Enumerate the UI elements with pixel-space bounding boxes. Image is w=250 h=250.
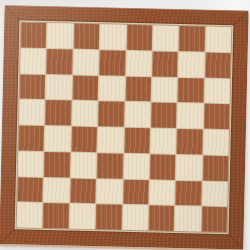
board-square-r6c8[interactable] [202, 155, 228, 180]
board-square-r6c5[interactable] [123, 154, 149, 179]
board-square-r3c7[interactable] [178, 77, 204, 102]
board-square-r5c2[interactable] [45, 126, 71, 151]
board-square-r3c6[interactable] [151, 77, 177, 102]
board-square-r1c7[interactable] [179, 26, 205, 51]
board-square-r1c1[interactable] [21, 22, 47, 47]
board-square-r7c8[interactable] [202, 181, 228, 206]
chess-board [0, 5, 249, 249]
board-square-r6c6[interactable] [150, 154, 176, 179]
board-square-r4c3[interactable] [72, 101, 98, 126]
maple-inlay-line [15, 20, 234, 234]
board-square-r2c1[interactable] [20, 48, 46, 73]
board-square-r4c6[interactable] [151, 103, 177, 128]
board-square-r6c4[interactable] [97, 153, 123, 178]
board-square-r7c7[interactable] [175, 180, 201, 205]
board-square-r7c5[interactable] [123, 179, 149, 204]
board-square-r6c2[interactable] [44, 152, 70, 177]
board-square-r5c1[interactable] [18, 125, 44, 150]
board-square-r8c6[interactable] [149, 206, 175, 231]
board-square-r3c1[interactable] [20, 74, 46, 99]
board-square-r7c1[interactable] [17, 177, 43, 202]
board-square-r2c5[interactable] [126, 51, 152, 76]
board-square-r6c7[interactable] [176, 155, 202, 180]
photo-background [0, 0, 250, 250]
board-square-r8c8[interactable] [201, 207, 227, 232]
board-square-r1c4[interactable] [100, 24, 126, 49]
board-square-r2c3[interactable] [73, 49, 99, 74]
board-square-r4c7[interactable] [177, 103, 203, 128]
board-square-r2c6[interactable] [152, 51, 178, 76]
board-square-r3c2[interactable] [46, 74, 72, 99]
board-square-r3c8[interactable] [204, 78, 230, 103]
board-square-r7c2[interactable] [44, 177, 70, 202]
board-square-r5c5[interactable] [124, 128, 150, 153]
board-grid [17, 22, 232, 232]
board-square-r4c4[interactable] [98, 101, 124, 126]
board-square-r4c2[interactable] [45, 100, 71, 125]
board-square-r8c4[interactable] [96, 204, 122, 229]
board-square-r1c8[interactable] [205, 27, 231, 52]
board-square-r1c6[interactable] [153, 25, 179, 50]
board-square-r5c4[interactable] [98, 127, 124, 152]
board-square-r5c7[interactable] [177, 129, 203, 154]
board-square-r1c3[interactable] [73, 24, 99, 49]
board-square-r8c2[interactable] [43, 203, 69, 228]
board-square-r5c6[interactable] [150, 128, 176, 153]
board-square-r4c8[interactable] [204, 104, 230, 129]
board-square-r3c3[interactable] [72, 75, 98, 100]
board-square-r2c7[interactable] [178, 52, 204, 77]
board-square-r8c3[interactable] [69, 204, 95, 229]
board-square-r4c1[interactable] [19, 100, 45, 125]
board-square-r4c5[interactable] [124, 102, 150, 127]
board-square-r5c3[interactable] [71, 127, 97, 152]
board-square-r3c4[interactable] [99, 76, 125, 101]
board-square-r2c4[interactable] [99, 50, 125, 75]
board-square-r7c3[interactable] [70, 178, 96, 203]
board-square-r3c5[interactable] [125, 76, 151, 101]
board-square-r8c5[interactable] [122, 205, 148, 230]
board-square-r7c6[interactable] [149, 180, 175, 205]
board-square-r2c8[interactable] [205, 52, 231, 77]
board-square-r6c1[interactable] [18, 151, 44, 176]
board-square-r6c3[interactable] [71, 152, 97, 177]
board-square-r8c7[interactable] [175, 206, 201, 231]
board-square-r1c2[interactable] [47, 23, 73, 48]
board-square-r5c8[interactable] [203, 130, 229, 155]
board-square-r8c1[interactable] [17, 203, 43, 228]
board-square-r2c2[interactable] [47, 49, 73, 74]
board-square-r1c5[interactable] [126, 25, 152, 50]
board-square-r7c4[interactable] [96, 179, 122, 204]
